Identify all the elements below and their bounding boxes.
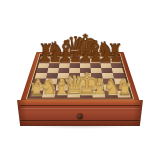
- black-pawn[interactable]: ♟: [109, 51, 122, 63]
- white-knight[interactable]: ♞: [39, 79, 57, 96]
- chess-board: ♜♞♝♛♚♝♞♜♟♟♟♟♟♟♟♟♟♟♟♟♟♟♟♟♜♞♝♛♚♝♞♜: [27, 54, 133, 99]
- box-left-shade: [17, 100, 27, 126]
- square-g1[interactable]: ♞: [104, 91, 118, 98]
- square-d1[interactable]: ♛: [67, 91, 80, 98]
- drawer-seam: [20, 120, 141, 121]
- storage-box-front: [17, 100, 143, 126]
- board-frame: ♜♞♝♛♚♝♞♜♟♟♟♟♟♟♟♟♟♟♟♟♟♟♟♟♜♞♝♛♚♝♞♜: [20, 52, 140, 102]
- drawer-knob[interactable]: [78, 114, 83, 119]
- box-right-shade: [133, 100, 143, 126]
- molding-highlight: [20, 108, 141, 109]
- white-knight[interactable]: ♞: [102, 79, 120, 96]
- square-h7[interactable]: ♟: [110, 59, 121, 63]
- board-tilt: ♜♞♝♛♚♝♞♜♟♟♟♟♟♟♟♟♟♟♟♟♟♟♟♟♜♞♝♛♚♝♞♜: [20, 52, 140, 102]
- white-queen[interactable]: ♛: [62, 74, 86, 96]
- square-b1[interactable]: ♞: [42, 91, 56, 98]
- chess-set-photo: ♜♞♝♛♚♝♞♜♟♟♟♟♟♟♟♟♟♟♟♟♟♟♟♟♜♞♝♛♚♝♞♜: [0, 0, 160, 160]
- molding-seam: [20, 105, 141, 106]
